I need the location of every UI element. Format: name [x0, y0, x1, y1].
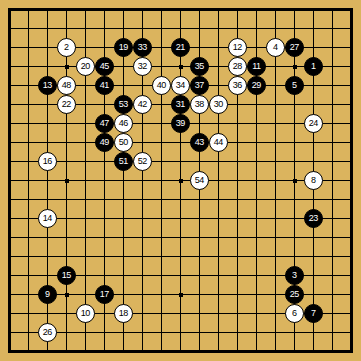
stone-black-move-15[interactable]: 15: [57, 266, 76, 285]
move-number: 49: [100, 138, 109, 147]
move-number: 23: [309, 214, 318, 223]
grid-line-vertical: [332, 8, 333, 353]
move-number: 4: [273, 43, 278, 52]
grid-line-horizontal: [8, 199, 353, 200]
stone-white-move-46[interactable]: 46: [114, 114, 133, 133]
move-number: 20: [81, 62, 90, 71]
stone-white-move-34[interactable]: 34: [171, 76, 190, 95]
move-number: 54: [195, 176, 204, 185]
move-number: 26: [43, 328, 52, 337]
move-number: 11: [252, 62, 260, 71]
star-point: [65, 293, 69, 297]
stone-white-move-22[interactable]: 22: [57, 95, 76, 114]
stone-black-move-33[interactable]: 33: [133, 38, 152, 57]
stone-black-move-43[interactable]: 43: [190, 133, 209, 152]
move-number: 34: [176, 81, 185, 90]
move-number: 8: [311, 176, 316, 185]
move-number: 5: [292, 81, 297, 90]
grid-line-vertical: [218, 8, 219, 353]
stone-white-move-12[interactable]: 12: [228, 38, 247, 57]
move-number: 16: [43, 157, 52, 166]
move-number: 41: [100, 81, 109, 90]
grid-line-horizontal: [8, 237, 353, 238]
move-number: 25: [290, 290, 299, 299]
stone-black-move-29[interactable]: 29: [247, 76, 266, 95]
move-number: 17: [100, 290, 109, 299]
stone-white-move-48[interactable]: 48: [57, 76, 76, 95]
stone-white-move-14[interactable]: 14: [38, 209, 57, 228]
stone-white-move-52[interactable]: 52: [133, 152, 152, 171]
move-number: 42: [138, 100, 147, 109]
move-number: 29: [252, 81, 261, 90]
move-number: 38: [195, 100, 204, 109]
move-number: 27: [290, 43, 299, 52]
move-number: 48: [62, 81, 71, 90]
star-point: [179, 179, 183, 183]
stone-black-move-9[interactable]: 9: [38, 285, 57, 304]
stone-white-move-54[interactable]: 54: [190, 171, 209, 190]
star-point: [293, 179, 297, 183]
stone-black-move-19[interactable]: 19: [114, 38, 133, 57]
move-number: 32: [138, 62, 147, 71]
stone-white-move-16[interactable]: 16: [38, 152, 57, 171]
grid-line-horizontal: [8, 350, 353, 353]
stone-white-move-4[interactable]: 4: [266, 38, 285, 57]
stone-white-move-30[interactable]: 30: [209, 95, 228, 114]
stone-black-move-13[interactable]: 13: [38, 76, 57, 95]
stone-white-move-50[interactable]: 50: [114, 133, 133, 152]
star-point: [65, 65, 69, 69]
stone-black-move-27[interactable]: 27: [285, 38, 304, 57]
stone-black-move-45[interactable]: 45: [95, 57, 114, 76]
move-number: 9: [45, 290, 50, 299]
move-number: 14: [43, 214, 52, 223]
stone-black-move-21[interactable]: 21: [171, 38, 190, 57]
stone-white-move-28[interactable]: 28: [228, 57, 247, 76]
move-number: 45: [100, 62, 109, 71]
stone-black-move-51[interactable]: 51: [114, 152, 133, 171]
star-point: [179, 65, 183, 69]
stone-white-move-36[interactable]: 36: [228, 76, 247, 95]
stone-white-move-2[interactable]: 2: [57, 38, 76, 57]
stone-black-move-37[interactable]: 37: [190, 76, 209, 95]
go-diagram: 1234567891011121314151617181920212223242…: [0, 0, 361, 361]
stone-black-move-3[interactable]: 3: [285, 266, 304, 285]
move-number: 21: [176, 43, 185, 52]
move-number: 53: [119, 100, 128, 109]
star-point: [293, 65, 297, 69]
move-number: 43: [195, 138, 204, 147]
move-number: 46: [119, 119, 128, 128]
move-number: 28: [233, 62, 242, 71]
stone-black-move-11[interactable]: 11: [247, 57, 266, 76]
move-number: 19: [119, 43, 128, 52]
move-number: 10: [81, 309, 90, 318]
move-number: 2: [64, 43, 69, 52]
stone-white-move-32[interactable]: 32: [133, 57, 152, 76]
move-number: 51: [119, 157, 128, 166]
move-number: 44: [214, 138, 223, 147]
stone-white-move-26[interactable]: 26: [38, 323, 57, 342]
stone-black-move-23[interactable]: 23: [304, 209, 323, 228]
stone-black-move-17[interactable]: 17: [95, 285, 114, 304]
stone-black-move-1[interactable]: 1: [304, 57, 323, 76]
grid-line-horizontal: [8, 256, 353, 257]
grid-line-vertical: [275, 8, 276, 353]
star-point: [65, 179, 69, 183]
grid-line-vertical: [350, 8, 353, 353]
stone-black-move-39[interactable]: 39: [171, 114, 190, 133]
stone-white-move-8[interactable]: 8: [304, 171, 323, 190]
stone-white-move-24[interactable]: 24: [304, 114, 323, 133]
stone-white-move-44[interactable]: 44: [209, 133, 228, 152]
move-number: 24: [309, 119, 318, 128]
stone-black-move-35[interactable]: 35: [190, 57, 209, 76]
move-number: 12: [233, 43, 242, 52]
move-number: 15: [62, 271, 71, 280]
move-number: 33: [138, 43, 147, 52]
move-number: 13: [43, 81, 52, 90]
grid-line-horizontal: [8, 218, 353, 219]
move-number: 37: [195, 81, 204, 90]
move-number: 31: [176, 100, 185, 109]
move-number: 1: [311, 62, 316, 71]
stone-black-move-7[interactable]: 7: [304, 304, 323, 323]
move-number: 36: [233, 81, 242, 90]
stone-white-move-42[interactable]: 42: [133, 95, 152, 114]
move-number: 6: [292, 309, 297, 318]
move-number: 18: [119, 309, 128, 318]
stone-white-move-38[interactable]: 38: [190, 95, 209, 114]
stone-black-move-25[interactable]: 25: [285, 285, 304, 304]
move-number: 7: [311, 309, 316, 318]
move-number: 47: [100, 119, 109, 128]
move-number: 40: [157, 81, 166, 90]
stone-black-move-31[interactable]: 31: [171, 95, 190, 114]
go-board[interactable]: 1234567891011121314151617181920212223242…: [0, 0, 361, 361]
stone-black-move-53[interactable]: 53: [114, 95, 133, 114]
stone-black-move-5[interactable]: 5: [285, 76, 304, 95]
grid-line-horizontal: [8, 332, 353, 333]
move-number: 39: [176, 119, 185, 128]
stone-black-move-49[interactable]: 49: [95, 133, 114, 152]
move-number: 50: [119, 138, 128, 147]
star-point: [179, 293, 183, 297]
stone-white-move-20[interactable]: 20: [76, 57, 95, 76]
move-number: 22: [62, 100, 71, 109]
move-number: 35: [195, 62, 204, 71]
move-number: 52: [138, 157, 147, 166]
move-number: 30: [214, 100, 223, 109]
stone-black-move-47[interactable]: 47: [95, 114, 114, 133]
stone-black-move-41[interactable]: 41: [95, 76, 114, 95]
stone-white-move-10[interactable]: 10: [76, 304, 95, 323]
stone-white-move-40[interactable]: 40: [152, 76, 171, 95]
stone-white-move-18[interactable]: 18: [114, 304, 133, 323]
stone-white-move-6[interactable]: 6: [285, 304, 304, 323]
move-number: 3: [292, 271, 297, 280]
